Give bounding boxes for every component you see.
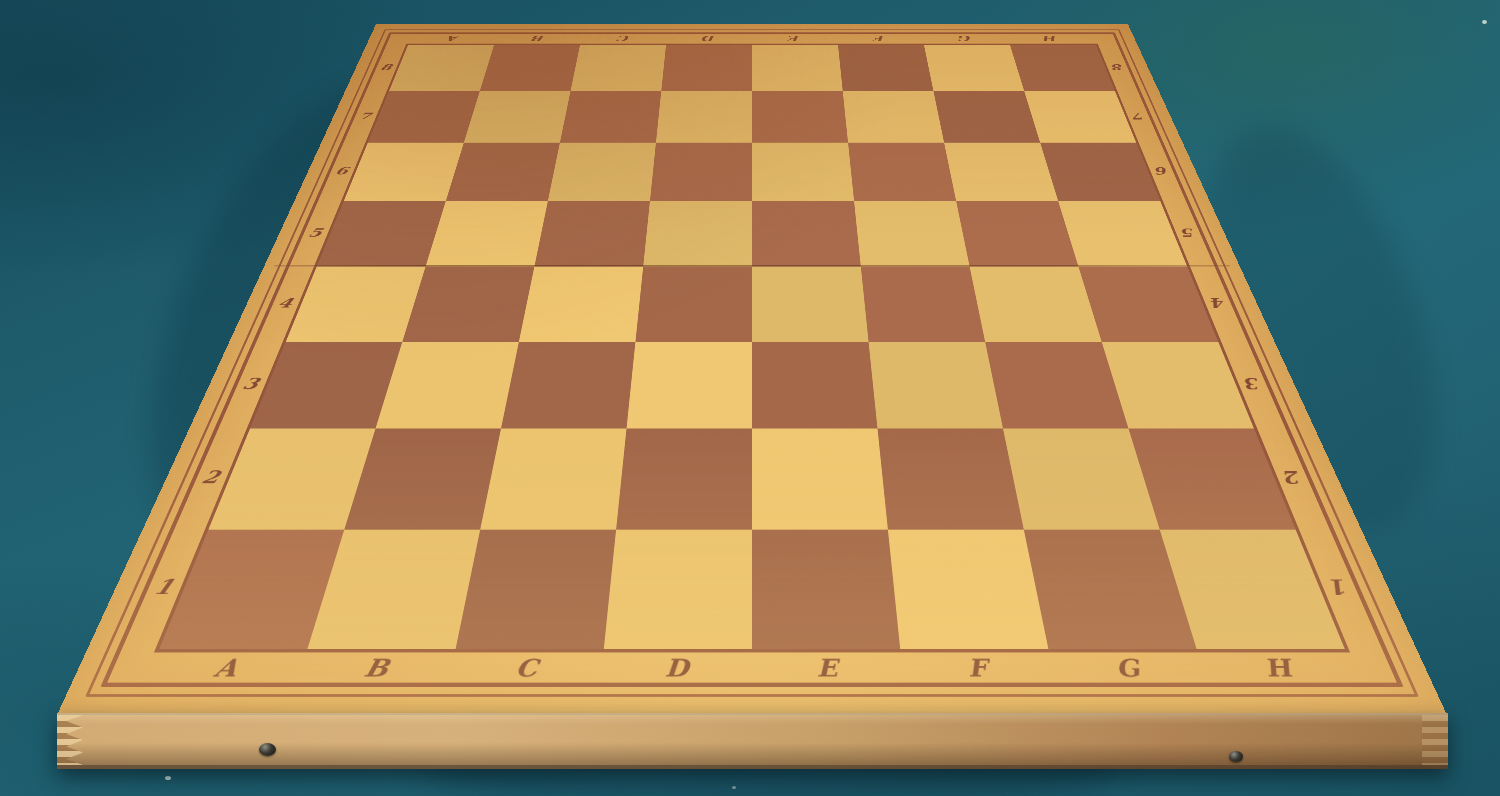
square-h8[interactable] (1010, 45, 1115, 91)
square-f1[interactable] (888, 530, 1049, 649)
coord-top-f: F (837, 33, 924, 43)
square-g6[interactable] (944, 143, 1058, 201)
square-f2[interactable] (877, 429, 1023, 530)
square-e6[interactable] (752, 143, 854, 201)
square-c8[interactable] (571, 45, 666, 91)
square-b7[interactable] (464, 91, 571, 143)
square-d5[interactable] (643, 201, 752, 267)
coord-top-c: C (580, 33, 667, 43)
clasp-screw-right (1229, 751, 1243, 762)
square-e3[interactable] (752, 342, 877, 429)
square-h7[interactable] (1024, 91, 1136, 143)
square-f8[interactable] (838, 45, 933, 91)
square-g8[interactable] (924, 45, 1024, 91)
file-labels-top: ABCDEFGH (409, 33, 1096, 43)
square-f4[interactable] (861, 267, 985, 342)
square-d7[interactable] (656, 91, 752, 143)
coord-top-b: B (494, 33, 582, 43)
square-b6[interactable] (446, 143, 560, 201)
square-g5[interactable] (956, 201, 1078, 267)
square-e2[interactable] (752, 429, 888, 530)
square-e1[interactable] (752, 530, 900, 649)
square-d1[interactable] (604, 530, 752, 649)
coord-top-h: H (1006, 33, 1095, 43)
square-b3[interactable] (376, 342, 519, 429)
square-f3[interactable] (869, 342, 1003, 429)
photo-scene: ABCDEFGH ABCDEFGH 87654321 87654321 (0, 0, 1500, 796)
dovetail-joint-right (1422, 715, 1448, 765)
square-c2[interactable] (480, 429, 626, 530)
clasp-screw-left (259, 743, 276, 756)
coord-bottom-e: E (752, 652, 904, 684)
coord-bottom-a: A (145, 652, 307, 684)
lint-speck (732, 786, 736, 789)
lint-speck (165, 776, 171, 780)
coord-top-g: G (922, 33, 1010, 43)
file-labels-bottom: ABCDEFGH (145, 652, 1360, 684)
square-c1[interactable] (456, 530, 617, 649)
square-d8[interactable] (661, 45, 752, 91)
square-a5[interactable] (317, 201, 446, 267)
square-c5[interactable] (534, 201, 650, 267)
fold-seam (274, 265, 1230, 266)
coord-bottom-g: G (1049, 652, 1207, 684)
square-g7[interactable] (933, 91, 1040, 143)
coord-bottom-c: C (448, 652, 603, 684)
square-a7[interactable] (368, 91, 480, 143)
square-e4[interactable] (752, 267, 869, 342)
square-a6[interactable] (344, 143, 464, 201)
square-b8[interactable] (480, 45, 580, 91)
square-c7[interactable] (560, 91, 661, 143)
square-f5[interactable] (854, 201, 970, 267)
board-grid (154, 44, 1350, 653)
square-h6[interactable] (1040, 143, 1160, 201)
square-c3[interactable] (501, 342, 635, 429)
coord-top-a: A (409, 33, 498, 43)
square-e5[interactable] (752, 201, 861, 267)
lint-speck (1482, 20, 1487, 24)
square-d4[interactable] (635, 267, 752, 342)
square-f7[interactable] (843, 91, 944, 143)
square-d6[interactable] (650, 143, 752, 201)
coord-bottom-h: H (1198, 652, 1360, 684)
coord-top-e: E (752, 33, 838, 43)
coord-bottom-b: B (296, 652, 454, 684)
board-front-edge (57, 713, 1448, 769)
square-e8[interactable] (752, 45, 843, 91)
square-b4[interactable] (402, 267, 534, 342)
square-a8[interactable] (389, 45, 494, 91)
square-d3[interactable] (627, 342, 752, 429)
square-b5[interactable] (426, 201, 548, 267)
square-e7[interactable] (752, 91, 848, 143)
coord-bottom-f: F (901, 652, 1056, 684)
square-c6[interactable] (548, 143, 656, 201)
coord-top-d: D (666, 33, 752, 43)
square-f6[interactable] (848, 143, 956, 201)
square-d2[interactable] (616, 429, 752, 530)
dovetail-joint-left (57, 715, 83, 765)
square-c4[interactable] (519, 267, 643, 342)
coord-bottom-d: D (600, 652, 752, 684)
